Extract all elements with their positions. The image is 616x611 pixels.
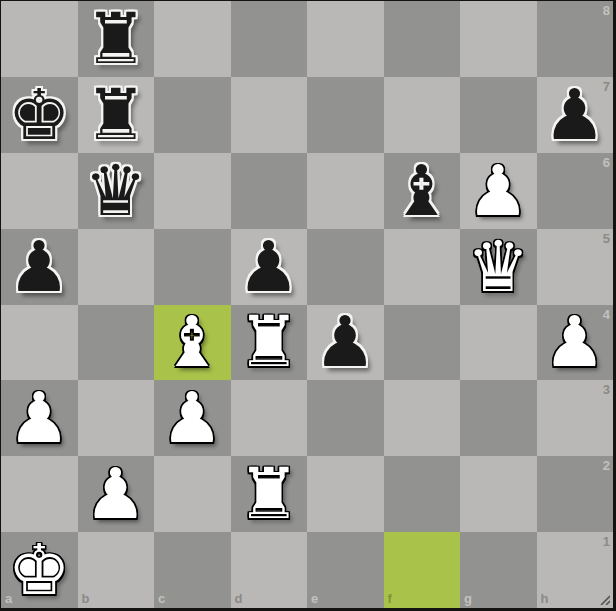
- square-h3[interactable]: 3: [537, 380, 614, 456]
- square-b7[interactable]: ♜: [78, 77, 155, 153]
- square-b6[interactable]: ♛: [78, 153, 155, 229]
- square-b3[interactable]: [78, 380, 155, 456]
- coordinate-rank-6: 6: [603, 155, 610, 170]
- square-a3[interactable]: ♟: [1, 380, 78, 456]
- piece-white-pawn[interactable]: ♟: [1, 380, 78, 456]
- square-e3[interactable]: [307, 380, 384, 456]
- piece-white-rook[interactable]: ♜: [231, 305, 308, 381]
- piece-black-queen[interactable]: ♛: [78, 153, 155, 229]
- piece-white-pawn[interactable]: ♟: [537, 305, 614, 381]
- square-f1[interactable]: f: [384, 532, 461, 608]
- square-g2[interactable]: [460, 456, 537, 532]
- piece-black-rook[interactable]: ♜: [78, 77, 155, 153]
- piece-black-pawn[interactable]: ♟: [537, 77, 614, 153]
- coordinate-file-b: b: [82, 591, 90, 606]
- piece-white-pawn[interactable]: ♟: [154, 380, 231, 456]
- square-d1[interactable]: d: [231, 532, 308, 608]
- square-b2[interactable]: ♟: [78, 456, 155, 532]
- square-f6[interactable]: ♝: [384, 153, 461, 229]
- square-h4[interactable]: ♟4: [537, 305, 614, 381]
- square-d4[interactable]: ♜: [231, 305, 308, 381]
- coordinate-rank-3: 3: [603, 382, 610, 397]
- square-a2[interactable]: [1, 456, 78, 532]
- piece-black-pawn[interactable]: ♟: [1, 229, 78, 305]
- square-g8[interactable]: [460, 1, 537, 77]
- board-resize-handle-icon[interactable]: [597, 592, 610, 605]
- square-h6[interactable]: 6: [537, 153, 614, 229]
- square-c5[interactable]: [154, 229, 231, 305]
- square-g7[interactable]: [460, 77, 537, 153]
- square-b5[interactable]: [78, 229, 155, 305]
- square-b4[interactable]: [78, 305, 155, 381]
- square-c8[interactable]: [154, 1, 231, 77]
- square-e5[interactable]: [307, 229, 384, 305]
- square-h7[interactable]: ♟7: [537, 77, 614, 153]
- square-c7[interactable]: [154, 77, 231, 153]
- square-c3[interactable]: ♟: [154, 380, 231, 456]
- square-e1[interactable]: e: [307, 532, 384, 608]
- coordinate-file-g: g: [464, 591, 472, 606]
- piece-black-king[interactable]: ♚: [1, 77, 78, 153]
- piece-black-bishop[interactable]: ♝: [384, 153, 461, 229]
- piece-black-pawn[interactable]: ♟: [231, 229, 308, 305]
- piece-white-pawn[interactable]: ♟: [78, 456, 155, 532]
- piece-black-pawn[interactable]: ♟: [307, 305, 384, 381]
- square-g3[interactable]: [460, 380, 537, 456]
- piece-white-queen[interactable]: ♛: [460, 229, 537, 305]
- square-c4[interactable]: ♝: [154, 305, 231, 381]
- square-e2[interactable]: [307, 456, 384, 532]
- coordinate-file-d: d: [235, 591, 243, 606]
- square-d3[interactable]: [231, 380, 308, 456]
- square-f7[interactable]: [384, 77, 461, 153]
- square-a8[interactable]: [1, 1, 78, 77]
- coordinate-file-c: c: [158, 591, 165, 606]
- square-d6[interactable]: [231, 153, 308, 229]
- square-g1[interactable]: g: [460, 532, 537, 608]
- coordinate-file-e: e: [311, 591, 318, 606]
- coordinate-rank-8: 8: [603, 3, 610, 18]
- square-c6[interactable]: [154, 153, 231, 229]
- square-a1[interactable]: ♚a: [1, 532, 78, 608]
- square-h2[interactable]: 2: [537, 456, 614, 532]
- square-c1[interactable]: c: [154, 532, 231, 608]
- square-b1[interactable]: b: [78, 532, 155, 608]
- square-a7[interactable]: ♚: [1, 77, 78, 153]
- square-a6[interactable]: [1, 153, 78, 229]
- coordinate-file-f: f: [388, 591, 392, 606]
- square-e4[interactable]: ♟: [307, 305, 384, 381]
- square-e7[interactable]: [307, 77, 384, 153]
- coordinate-rank-5: 5: [603, 231, 610, 246]
- square-g5[interactable]: ♛: [460, 229, 537, 305]
- square-h5[interactable]: 5: [537, 229, 614, 305]
- square-d5[interactable]: ♟: [231, 229, 308, 305]
- square-f8[interactable]: [384, 1, 461, 77]
- coordinate-rank-2: 2: [603, 458, 610, 473]
- square-e8[interactable]: [307, 1, 384, 77]
- square-f3[interactable]: [384, 380, 461, 456]
- piece-white-pawn[interactable]: ♟: [460, 153, 537, 229]
- square-h8[interactable]: 8: [537, 1, 614, 77]
- square-e6[interactable]: [307, 153, 384, 229]
- square-c2[interactable]: [154, 456, 231, 532]
- piece-white-bishop[interactable]: ♝: [154, 305, 231, 381]
- chess-board: ♜8♚♜♟7♛♝♟6♟♟♛5♝♜♟♟4♟♟3♟♜2♚abcdefg1h: [1, 1, 613, 608]
- coordinate-file-h: h: [541, 591, 549, 606]
- square-b8[interactable]: ♜: [78, 1, 155, 77]
- board-frame: ♜8♚♜♟7♛♝♟6♟♟♛5♝♜♟♟4♟♟3♟♜2♚abcdefg1h: [0, 0, 616, 611]
- square-d2[interactable]: ♜: [231, 456, 308, 532]
- piece-white-king[interactable]: ♚: [1, 532, 78, 608]
- square-g4[interactable]: [460, 305, 537, 381]
- square-d8[interactable]: [231, 1, 308, 77]
- square-f5[interactable]: [384, 229, 461, 305]
- coordinate-rank-1: 1: [603, 534, 610, 549]
- piece-black-rook[interactable]: ♜: [78, 1, 155, 77]
- piece-white-rook[interactable]: ♜: [231, 456, 308, 532]
- square-a4[interactable]: [1, 305, 78, 381]
- square-a5[interactable]: ♟: [1, 229, 78, 305]
- square-g6[interactable]: ♟: [460, 153, 537, 229]
- square-f4[interactable]: [384, 305, 461, 381]
- square-d7[interactable]: [231, 77, 308, 153]
- square-f2[interactable]: [384, 456, 461, 532]
